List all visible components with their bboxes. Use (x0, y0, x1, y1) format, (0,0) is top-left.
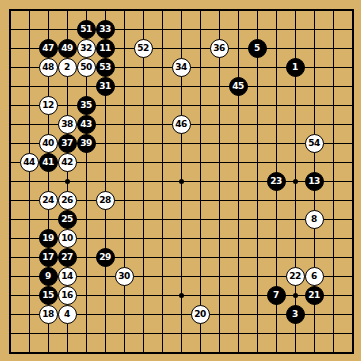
star-point (293, 179, 298, 184)
stone-white-24[interactable]: 24 (39, 191, 58, 210)
stone-black-33[interactable]: 33 (96, 20, 115, 39)
stone-black-47[interactable]: 47 (39, 39, 58, 58)
stone-black-39[interactable]: 39 (77, 134, 96, 153)
stone-white-6[interactable]: 6 (305, 267, 324, 286)
stone-white-30[interactable]: 30 (115, 267, 134, 286)
stone-white-18[interactable]: 18 (39, 305, 58, 324)
stone-white-20[interactable]: 20 (191, 305, 210, 324)
stone-black-25[interactable]: 25 (58, 210, 77, 229)
stone-black-1[interactable]: 1 (286, 58, 305, 77)
star-point (179, 293, 184, 298)
stone-white-38[interactable]: 38 (58, 115, 77, 134)
star-point (293, 293, 298, 298)
stone-black-7[interactable]: 7 (267, 286, 286, 305)
stone-black-29[interactable]: 29 (96, 248, 115, 267)
stone-black-41[interactable]: 41 (39, 153, 58, 172)
grid-line (219, 10, 220, 353)
stone-white-14[interactable]: 14 (58, 267, 77, 286)
grid-line (10, 333, 353, 334)
stone-white-12[interactable]: 12 (39, 96, 58, 115)
stone-black-49[interactable]: 49 (58, 39, 77, 58)
grid-line (333, 10, 334, 353)
stone-white-44[interactable]: 44 (20, 153, 39, 172)
stone-black-23[interactable]: 23 (267, 172, 286, 191)
stone-white-32[interactable]: 32 (77, 39, 96, 58)
stone-black-15[interactable]: 15 (39, 286, 58, 305)
grid-line (238, 10, 239, 353)
stone-black-35[interactable]: 35 (77, 96, 96, 115)
grid-line (200, 10, 201, 353)
stone-black-19[interactable]: 19 (39, 229, 58, 248)
stone-black-45[interactable]: 45 (229, 77, 248, 96)
stone-white-8[interactable]: 8 (305, 210, 324, 229)
stone-black-53[interactable]: 53 (96, 58, 115, 77)
stone-black-17[interactable]: 17 (39, 248, 58, 267)
stone-black-51[interactable]: 51 (77, 20, 96, 39)
stone-white-4[interactable]: 4 (58, 305, 77, 324)
stone-black-31[interactable]: 31 (96, 77, 115, 96)
stone-black-3[interactable]: 3 (286, 305, 305, 324)
stone-black-11[interactable]: 11 (96, 39, 115, 58)
stone-white-42[interactable]: 42 (58, 153, 77, 172)
stone-white-22[interactable]: 22 (286, 267, 305, 286)
stone-black-13[interactable]: 13 (305, 172, 324, 191)
star-point (65, 179, 70, 184)
stone-white-10[interactable]: 10 (58, 229, 77, 248)
stone-white-48[interactable]: 48 (39, 58, 58, 77)
stone-black-27[interactable]: 27 (58, 248, 77, 267)
grid-line (257, 10, 258, 353)
stone-white-34[interactable]: 34 (172, 58, 191, 77)
stone-black-21[interactable]: 21 (305, 286, 324, 305)
stone-black-43[interactable]: 43 (77, 115, 96, 134)
stone-white-54[interactable]: 54 (305, 134, 324, 153)
stone-white-36[interactable]: 36 (210, 39, 229, 58)
stone-white-50[interactable]: 50 (77, 58, 96, 77)
stone-white-28[interactable]: 28 (96, 191, 115, 210)
stone-black-37[interactable]: 37 (58, 134, 77, 153)
stone-white-26[interactable]: 26 (58, 191, 77, 210)
stone-white-52[interactable]: 52 (134, 39, 153, 58)
stone-white-16[interactable]: 16 (58, 286, 77, 305)
stone-white-46[interactable]: 46 (172, 115, 191, 134)
stone-white-40[interactable]: 40 (39, 134, 58, 153)
stone-black-5[interactable]: 5 (248, 39, 267, 58)
star-point (179, 179, 184, 184)
go-board[interactable]: 1234567891011121314151617181920212223242… (0, 0, 361, 361)
stone-white-2[interactable]: 2 (58, 58, 77, 77)
stone-black-9[interactable]: 9 (39, 267, 58, 286)
